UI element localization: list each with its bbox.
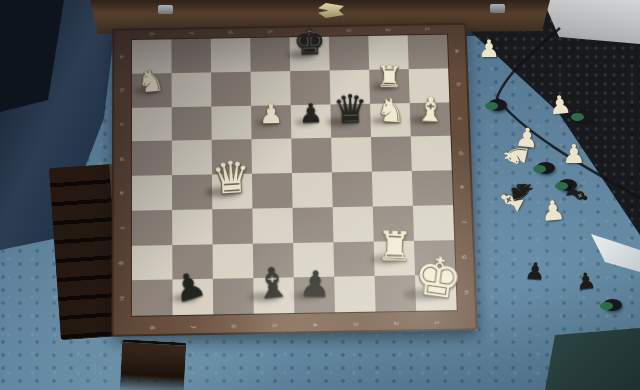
square-d4[interactable]: [291, 138, 332, 173]
square-a7[interactable]: [171, 39, 211, 73]
file-label: h: [118, 296, 125, 300]
black-pawn[interactable]: ♟: [298, 266, 331, 303]
file-label: b: [119, 89, 126, 93]
white-pawn: ♟: [562, 141, 585, 167]
file-label: e: [459, 185, 466, 189]
black-queen[interactable]: ♛: [332, 89, 369, 129]
black-fallen-piece: [574, 110, 593, 122]
square-f8[interactable]: [132, 210, 172, 246]
square-b6[interactable]: [211, 72, 251, 106]
square-f3[interactable]: [333, 206, 374, 242]
wooden-box-corner: [120, 339, 187, 390]
chess-board: ♚♞♜♟♟♛♞♝♛♜♟♝♟♚ 8877665544332211aabbccdde…: [112, 23, 478, 337]
rank-label: 4: [306, 29, 313, 33]
square-d2[interactable]: [371, 137, 412, 172]
black-pawn: ♟: [524, 259, 546, 283]
white-rook[interactable]: ♜: [376, 225, 413, 267]
hinge-icon: [158, 5, 173, 14]
black-fallen-piece: [603, 299, 622, 311]
brass-clasp-icon: [318, 3, 344, 18]
playing-area: ♚♞♜♟♟♛♞♝♛♜♟♝♟♚: [132, 35, 457, 316]
file-label: g: [461, 255, 468, 259]
rank-label: 4: [311, 323, 318, 327]
rank-label: 6: [230, 324, 237, 328]
file-label: g: [118, 261, 125, 265]
square-e4[interactable]: [292, 172, 333, 207]
square-h8[interactable]: [132, 280, 173, 316]
rank-label: 7: [189, 325, 196, 329]
rank-label: 8: [149, 326, 156, 330]
square-d7[interactable]: [172, 140, 212, 175]
rank-label: 7: [188, 31, 195, 35]
green-felt-base: [600, 302, 613, 310]
file-label: d: [119, 157, 126, 161]
file-label: c: [456, 117, 463, 120]
square-d5[interactable]: [252, 139, 292, 174]
square-d3[interactable]: [331, 137, 372, 172]
green-felt-base: [533, 165, 546, 173]
square-d8[interactable]: [132, 141, 172, 176]
square-f7[interactable]: [172, 209, 212, 245]
rank-label: 8: [148, 32, 155, 36]
rank-label: 5: [266, 30, 273, 34]
rank-label: 2: [393, 321, 400, 325]
black-pawn[interactable]: ♟: [298, 100, 323, 127]
square-b7[interactable]: [172, 72, 212, 106]
file-label: f: [118, 227, 125, 229]
square-g3[interactable]: [333, 241, 374, 277]
rank-label: 2: [384, 28, 391, 32]
rank-label: 1: [424, 27, 431, 31]
square-h6[interactable]: [213, 278, 254, 314]
rank-label: 3: [345, 29, 352, 33]
file-label: b: [455, 83, 462, 87]
file-label: e: [118, 191, 125, 195]
file-label: a: [454, 49, 461, 53]
file-label: c: [119, 123, 126, 126]
white-rook[interactable]: ♜: [376, 63, 403, 93]
square-f5[interactable]: [252, 208, 293, 244]
square-c8[interactable]: [132, 107, 172, 142]
photo-stage: ♚♞♜♟♟♛♞♝♛♜♟♝♟♚ 8877665544332211aabbccdde…: [0, 0, 640, 390]
square-g8[interactable]: [132, 245, 172, 281]
black-pawn: ♟: [575, 270, 597, 294]
green-felt-base: [571, 113, 584, 121]
square-e1[interactable]: [412, 170, 453, 205]
hinge-icon: [490, 4, 505, 13]
square-f4[interactable]: [293, 207, 334, 243]
white-queen[interactable]: ♛: [210, 155, 252, 201]
white-king[interactable]: ♚: [411, 247, 465, 307]
square-g6[interactable]: [213, 243, 254, 279]
white-knight[interactable]: ♞: [136, 65, 166, 97]
square-a6[interactable]: [211, 38, 251, 72]
black-bishop[interactable]: ♝: [252, 261, 293, 306]
rank-label: 6: [227, 31, 234, 35]
white-pawn: ♟: [478, 37, 500, 61]
white-pawn: ♟: [548, 91, 573, 118]
square-e5[interactable]: [252, 173, 293, 208]
rank-label: 5: [271, 324, 278, 328]
rank-label: 3: [352, 322, 359, 326]
file-label: h: [463, 290, 470, 294]
file-label: a: [119, 55, 126, 59]
white-pawn[interactable]: ♟: [259, 101, 283, 128]
square-e3[interactable]: [332, 172, 373, 207]
square-h3[interactable]: [334, 276, 375, 312]
square-a3[interactable]: [329, 36, 369, 70]
square-c7[interactable]: [172, 106, 212, 141]
file-label: d: [458, 151, 465, 155]
square-e2[interactable]: [372, 171, 413, 206]
square-a1[interactable]: [408, 35, 449, 69]
square-e8[interactable]: [132, 175, 172, 210]
square-f1[interactable]: [413, 205, 454, 241]
file-label: f: [460, 221, 467, 223]
black-fallen-piece: [488, 99, 507, 111]
square-a5[interactable]: [250, 37, 290, 71]
dark-corner: [545, 328, 640, 390]
rank-label: 1: [433, 321, 440, 325]
white-knight[interactable]: ♞: [375, 93, 406, 127]
white-bishop[interactable]: ♝: [415, 92, 446, 127]
green-felt-base: [485, 102, 498, 110]
square-c6[interactable]: [211, 105, 251, 140]
black-fallen-piece: [536, 162, 555, 174]
square-f6[interactable]: [212, 208, 253, 244]
square-d1[interactable]: [411, 136, 452, 171]
